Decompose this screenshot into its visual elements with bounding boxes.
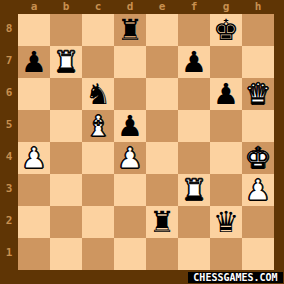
square-d5[interactable]: ♟: [114, 110, 146, 142]
file-label-d: d: [114, 0, 146, 14]
piece-black-rook[interactable]: ♜: [117, 14, 143, 46]
square-g3[interactable]: [210, 174, 242, 206]
piece-black-pawn[interactable]: ♟: [21, 46, 47, 78]
square-b6[interactable]: [50, 78, 82, 110]
square-e8[interactable]: [146, 14, 178, 46]
piece-white-bishop[interactable]: ♝: [85, 110, 111, 142]
square-e1[interactable]: [146, 238, 178, 270]
square-f8[interactable]: [178, 14, 210, 46]
rank-label-2: 2: [0, 206, 18, 238]
piece-black-rook[interactable]: ♜: [149, 206, 175, 238]
square-b2[interactable]: [50, 206, 82, 238]
square-b5[interactable]: [50, 110, 82, 142]
rank-label-5: 5: [0, 110, 18, 142]
square-g1[interactable]: [210, 238, 242, 270]
file-label-c: c: [82, 0, 114, 14]
square-e6[interactable]: [146, 78, 178, 110]
piece-black-pawn[interactable]: ♟: [213, 78, 239, 110]
square-a6[interactable]: [18, 78, 50, 110]
piece-white-rook[interactable]: ♜: [181, 174, 207, 206]
rank-label-3: 3: [0, 174, 18, 206]
square-a5[interactable]: [18, 110, 50, 142]
file-label-f: f: [178, 0, 210, 14]
square-b3[interactable]: [50, 174, 82, 206]
square-e5[interactable]: [146, 110, 178, 142]
square-d1[interactable]: [114, 238, 146, 270]
square-f2[interactable]: [178, 206, 210, 238]
square-g6[interactable]: ♟: [210, 78, 242, 110]
square-g7[interactable]: [210, 46, 242, 78]
square-f3[interactable]: ♜: [178, 174, 210, 206]
square-c4[interactable]: [82, 142, 114, 174]
square-h7[interactable]: [242, 46, 274, 78]
square-d7[interactable]: [114, 46, 146, 78]
square-h3[interactable]: ♟: [242, 174, 274, 206]
square-f5[interactable]: [178, 110, 210, 142]
square-d3[interactable]: [114, 174, 146, 206]
rank-labels: 87654321: [0, 14, 18, 270]
chessgames-board-diagram: abcdefgh 87654321 ♜♚♟♜♟♞♟♛♝♟♟♟♚♜♟♜♛ CHES…: [0, 0, 284, 284]
piece-black-queen[interactable]: ♛: [213, 206, 239, 238]
piece-white-rook[interactable]: ♜: [53, 46, 79, 78]
square-c1[interactable]: [82, 238, 114, 270]
square-g2[interactable]: ♛: [210, 206, 242, 238]
piece-white-pawn[interactable]: ♟: [21, 142, 47, 174]
square-a8[interactable]: [18, 14, 50, 46]
square-a2[interactable]: [18, 206, 50, 238]
rank-label-1: 1: [0, 238, 18, 270]
square-a1[interactable]: [18, 238, 50, 270]
piece-black-king[interactable]: ♚: [213, 14, 239, 46]
piece-white-pawn[interactable]: ♟: [245, 174, 271, 206]
square-c2[interactable]: [82, 206, 114, 238]
file-label-b: b: [50, 0, 82, 14]
square-a7[interactable]: ♟: [18, 46, 50, 78]
square-e3[interactable]: [146, 174, 178, 206]
square-g5[interactable]: [210, 110, 242, 142]
square-h1[interactable]: [242, 238, 274, 270]
rank-label-4: 4: [0, 142, 18, 174]
square-a4[interactable]: ♟: [18, 142, 50, 174]
square-f6[interactable]: [178, 78, 210, 110]
square-h6[interactable]: ♛: [242, 78, 274, 110]
square-f7[interactable]: ♟: [178, 46, 210, 78]
square-h4[interactable]: ♚: [242, 142, 274, 174]
file-labels: abcdefgh: [18, 0, 274, 14]
square-b1[interactable]: [50, 238, 82, 270]
piece-white-pawn[interactable]: ♟: [117, 142, 143, 174]
rank-label-7: 7: [0, 46, 18, 78]
piece-black-pawn[interactable]: ♟: [181, 46, 207, 78]
square-d8[interactable]: ♜: [114, 14, 146, 46]
square-h8[interactable]: [242, 14, 274, 46]
square-c3[interactable]: [82, 174, 114, 206]
square-c8[interactable]: [82, 14, 114, 46]
square-h2[interactable]: [242, 206, 274, 238]
square-b4[interactable]: [50, 142, 82, 174]
square-d4[interactable]: ♟: [114, 142, 146, 174]
piece-black-pawn[interactable]: ♟: [117, 110, 143, 142]
square-g4[interactable]: [210, 142, 242, 174]
square-e2[interactable]: ♜: [146, 206, 178, 238]
rank-label-8: 8: [0, 14, 18, 46]
square-c7[interactable]: [82, 46, 114, 78]
file-label-h: h: [242, 0, 274, 14]
square-c6[interactable]: ♞: [82, 78, 114, 110]
file-label-e: e: [146, 0, 178, 14]
square-f1[interactable]: [178, 238, 210, 270]
piece-white-queen[interactable]: ♛: [245, 78, 271, 110]
square-a3[interactable]: [18, 174, 50, 206]
square-e7[interactable]: [146, 46, 178, 78]
piece-black-knight[interactable]: ♞: [85, 78, 111, 110]
square-b8[interactable]: [50, 14, 82, 46]
square-c5[interactable]: ♝: [82, 110, 114, 142]
square-d6[interactable]: [114, 78, 146, 110]
rank-label-6: 6: [0, 78, 18, 110]
square-b7[interactable]: ♜: [50, 46, 82, 78]
square-e4[interactable]: [146, 142, 178, 174]
square-g8[interactable]: ♚: [210, 14, 242, 46]
file-label-g: g: [210, 0, 242, 14]
square-d2[interactable]: [114, 206, 146, 238]
square-f4[interactable]: [178, 142, 210, 174]
chessgames-logo: CHESSGAMES.COM: [188, 272, 283, 283]
piece-white-king[interactable]: ♚: [245, 142, 271, 174]
file-label-a: a: [18, 0, 50, 14]
chess-board: ♜♚♟♜♟♞♟♛♝♟♟♟♚♜♟♜♛: [18, 14, 274, 270]
square-h5[interactable]: [242, 110, 274, 142]
